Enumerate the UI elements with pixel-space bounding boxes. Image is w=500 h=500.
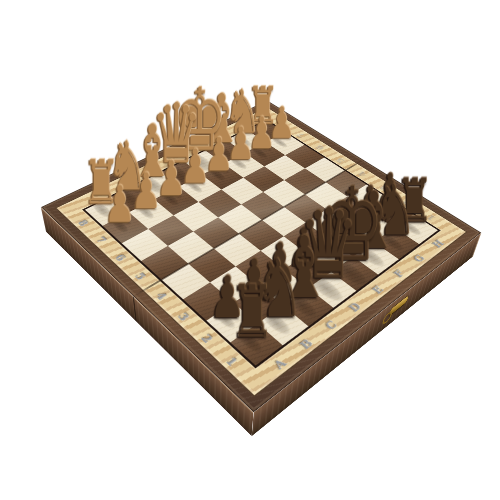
chess-board: 88H77G66F55E44D33C22B11A ♜♞♟♝♟♚♟♛♟♝♟♞♟♟♜…: [41, 100, 481, 412]
dark-rook-glyph: ♜: [199, 276, 304, 348]
light-pawn-glyph: ♟: [74, 179, 164, 230]
product-photo-scene: 88H77G66F55E44D33C22B11A ♜♞♟♝♟♚♟♛♟♝♟♞♟♟♜…: [0, 0, 500, 500]
